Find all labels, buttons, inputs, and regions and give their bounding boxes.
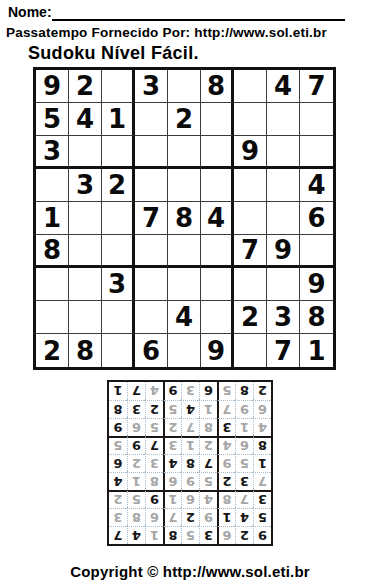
cell-r3c4[interactable] [135, 136, 168, 169]
cell-r4c5[interactable] [168, 169, 201, 202]
answer-solved-digit: 6 [150, 511, 159, 524]
answer-grid-container: 9263581475419276833784619527325968141597… [107, 380, 380, 546]
answer-cell-r5c8: 2 [127, 454, 145, 472]
given-digit: 3 [76, 172, 94, 198]
answer-given-digit: 3 [132, 403, 141, 416]
answer-cell-r6c7: 7 [145, 436, 163, 454]
cell-r5c4[interactable]: 7 [135, 202, 168, 235]
answer-cell-r3c6: 1 [163, 490, 181, 508]
answer-given-digit: 2 [150, 403, 159, 416]
answer-solved-digit: 5 [240, 457, 249, 470]
puzzle-sheet: Nome: Passatempo Fornecido Por: http://w… [0, 0, 380, 580]
answer-cell-r7c9: 9 [109, 418, 127, 436]
answer-given-digit: 4 [132, 529, 141, 542]
given-digit: 4 [274, 73, 292, 99]
answer-cell-r9c6: 9 [163, 382, 181, 400]
answer-solved-digit: 5 [132, 494, 141, 507]
given-digit: 4 [175, 304, 193, 330]
answer-given-digit: 8 [168, 529, 177, 542]
answer-cell-r7c1: 4 [253, 418, 271, 436]
answer-solved-digit: 6 [132, 421, 141, 434]
answer-cell-r3c8: 5 [127, 490, 145, 508]
answer-cell-r9c1: 2 [253, 382, 271, 400]
answer-cell-r8c5: 4 [181, 400, 199, 418]
answer-solved-digit: 5 [113, 440, 122, 453]
answer-solved-digit: 3 [150, 457, 159, 470]
answer-cell-r8c7: 2 [145, 400, 163, 418]
cell-r6c8[interactable]: 9 [267, 235, 300, 268]
answer-given-digit: 8 [240, 385, 249, 398]
answer-given-digit: 1 [258, 457, 267, 470]
answer-given-digit: 3 [204, 529, 213, 542]
cell-r1c7[interactable] [234, 70, 267, 103]
cell-r7c2[interactable] [69, 268, 102, 301]
cell-r7c7[interactable] [234, 268, 267, 301]
cell-r3c3[interactable] [102, 136, 135, 169]
answer-solved-digit: 7 [258, 475, 267, 488]
given-digit: 3 [43, 138, 61, 164]
answer-given-digit: 9 [258, 529, 267, 542]
cell-r6c3[interactable] [102, 235, 135, 268]
answer-cell-r3c4: 4 [199, 490, 217, 508]
given-digit: 9 [241, 138, 259, 164]
cell-r6c7[interactable]: 7 [234, 235, 267, 268]
given-digit: 3 [142, 73, 160, 99]
answer-given-digit: 9 [113, 421, 122, 434]
answer-given-digit: 3 [222, 421, 231, 434]
answer-solved-digit: 5 [204, 475, 213, 488]
cell-r5c3[interactable] [102, 202, 135, 235]
given-digit: 1 [43, 205, 61, 231]
answer-solved-digit: 5 [168, 403, 177, 416]
cell-r5c2[interactable] [69, 202, 102, 235]
cell-r1c3[interactable] [102, 70, 135, 103]
answer-cell-r1c4: 3 [199, 526, 217, 544]
cell-r5c8[interactable] [267, 202, 300, 235]
answer-cell-r2c2: 4 [235, 508, 253, 526]
answer-cell-r2c3: 1 [217, 508, 235, 526]
given-digit: 8 [43, 237, 61, 263]
cell-r6c4[interactable] [135, 235, 168, 268]
answer-cell-r9c8: 7 [127, 382, 145, 400]
answer-given-digit: 9 [150, 494, 159, 507]
given-digit: 7 [307, 73, 325, 99]
cell-r1c2[interactable]: 2 [69, 70, 102, 103]
cell-r3c9[interactable] [300, 136, 333, 169]
answer-solved-digit: 1 [132, 475, 141, 488]
cell-r5c6[interactable]: 4 [201, 202, 234, 235]
answer-solved-digit: 1 [150, 529, 159, 542]
answer-grid: 9263581475419276833784619527325968141597… [107, 380, 273, 546]
answer-solved-digit: 9 [222, 457, 231, 470]
answer-cell-r9c7: 4 [145, 382, 163, 400]
cell-r8c5[interactable]: 4 [168, 301, 201, 334]
given-digit: 6 [142, 338, 160, 364]
cell-r8c4[interactable] [135, 301, 168, 334]
cell-r2c6[interactable] [201, 103, 234, 136]
cell-r6c1[interactable]: 8 [36, 235, 69, 268]
answer-solved-digit: 3 [113, 511, 122, 524]
answer-given-digit: 5 [258, 511, 267, 524]
answer-cell-r6c6: 3 [163, 436, 181, 454]
answer-solved-digit: 1 [168, 494, 177, 507]
cell-r2c4[interactable] [135, 103, 168, 136]
answer-given-digit: 7 [132, 385, 141, 398]
answer-cell-r8c9: 8 [109, 400, 127, 418]
given-digit: 4 [307, 172, 325, 198]
answer-cell-r7c8: 6 [127, 418, 145, 436]
answer-cell-r4c8: 1 [127, 472, 145, 490]
answer-given-digit: 6 [113, 457, 122, 470]
given-digit: 4 [76, 106, 94, 132]
answer-cell-r2c9: 3 [109, 508, 127, 526]
answer-solved-digit: 9 [186, 475, 195, 488]
given-digit: 9 [274, 237, 292, 263]
answer-cell-r9c4: 6 [199, 382, 217, 400]
answer-given-digit: 9 [132, 440, 141, 453]
cell-r9c3[interactable] [102, 334, 135, 367]
answer-cell-r3c2: 7 [235, 490, 253, 508]
answer-cell-r4c4: 5 [199, 472, 217, 490]
cell-r4c3[interactable]: 2 [102, 169, 135, 202]
answer-given-digit: 8 [258, 440, 267, 453]
cell-r7c6[interactable] [201, 268, 234, 301]
answer-given-digit: 3 [240, 475, 249, 488]
answer-cell-r8c4: 1 [199, 400, 217, 418]
answer-solved-digit: 3 [168, 440, 177, 453]
given-digit: 1 [307, 338, 325, 364]
answer-given-digit: 2 [186, 511, 195, 524]
answer-cell-r8c2: 9 [235, 400, 253, 418]
cell-r3c2[interactable] [69, 136, 102, 169]
cell-r8c6[interactable] [201, 301, 234, 334]
answer-solved-digit: 1 [186, 440, 195, 453]
cell-r6c6[interactable] [201, 235, 234, 268]
answer-cell-r8c3: 7 [217, 400, 235, 418]
cell-r2c1[interactable]: 5 [36, 103, 69, 136]
name-label: Nome: [8, 4, 52, 21]
answer-given-digit: 9 [168, 385, 177, 398]
provider-line: Passatempo Fornecido Por: http://www.sol… [6, 25, 380, 40]
given-digit: 8 [175, 205, 193, 231]
cell-r5c7[interactable] [234, 202, 267, 235]
given-digit: 1 [108, 106, 126, 132]
name-write-in-line[interactable] [52, 4, 345, 21]
given-digit: 9 [307, 271, 325, 297]
answer-cell-r5c1: 1 [253, 454, 271, 472]
answer-cell-r7c6: 2 [163, 418, 181, 436]
answer-cell-r7c4: 8 [199, 418, 217, 436]
answer-cell-r9c3: 5 [217, 382, 235, 400]
given-digit: 3 [108, 271, 126, 297]
answer-cell-r1c8: 4 [127, 526, 145, 544]
answer-cell-r6c5: 1 [181, 436, 199, 454]
cell-r9c2[interactable]: 8 [69, 334, 102, 367]
given-digit: 3 [274, 304, 292, 330]
answer-cell-r8c1: 6 [253, 400, 271, 418]
answer-cell-r2c1: 5 [253, 508, 271, 526]
cell-r9c1[interactable]: 2 [36, 334, 69, 367]
answer-cell-r6c1: 8 [253, 436, 271, 454]
answer-solved-digit: 7 [168, 511, 177, 524]
answer-cell-r4c5: 9 [181, 472, 199, 490]
cell-r4c9[interactable]: 4 [300, 169, 333, 202]
answer-solved-digit: 4 [204, 494, 213, 507]
answer-cell-r1c7: 1 [145, 526, 163, 544]
answer-cell-r2c5: 2 [181, 508, 199, 526]
given-digit: 8 [207, 73, 225, 99]
answer-solved-digit: 5 [150, 421, 159, 434]
puzzle-grid: 92384754123932417846879394238286971 [33, 67, 336, 370]
answer-cell-r1c1: 9 [253, 526, 271, 544]
answer-solved-digit: 6 [258, 403, 267, 416]
answer-cell-r5c4: 7 [199, 454, 217, 472]
answer-cell-r1c5: 5 [181, 526, 199, 544]
answer-cell-r5c7: 3 [145, 454, 163, 472]
cell-r4c7[interactable] [234, 169, 267, 202]
answer-given-digit: 4 [113, 475, 122, 488]
cell-r7c4[interactable] [135, 268, 168, 301]
answer-given-digit: 6 [204, 385, 213, 398]
answer-cell-r6c9: 5 [109, 436, 127, 454]
answer-given-digit: 2 [240, 529, 249, 542]
answer-cell-r5c5: 8 [181, 454, 199, 472]
cell-r9c9[interactable]: 1 [300, 334, 333, 367]
answer-solved-digit: 7 [222, 403, 231, 416]
answer-cell-r2c4: 9 [199, 508, 217, 526]
cell-r9c5[interactable] [168, 334, 201, 367]
answer-solved-digit: 3 [186, 385, 195, 398]
answer-cell-r3c7: 9 [145, 490, 163, 508]
given-digit: 6 [307, 205, 325, 231]
given-digit: 4 [207, 205, 225, 231]
given-digit: 2 [43, 338, 61, 364]
answer-solved-digit: 6 [240, 440, 249, 453]
cell-r2c7[interactable] [234, 103, 267, 136]
given-digit: 7 [241, 237, 259, 263]
cell-r9c8[interactable]: 7 [267, 334, 300, 367]
cell-r1c8[interactable]: 4 [267, 70, 300, 103]
answer-solved-digit: 2 [168, 421, 177, 434]
answer-cell-r1c3: 6 [217, 526, 235, 544]
answer-cell-r4c3: 2 [217, 472, 235, 490]
answer-cell-r9c5: 3 [181, 382, 199, 400]
answer-cell-r7c5: 7 [181, 418, 199, 436]
cell-r8c7[interactable]: 2 [234, 301, 267, 334]
cell-r4c2[interactable]: 3 [69, 169, 102, 202]
given-digit: 8 [307, 304, 325, 330]
cell-r1c9[interactable]: 7 [300, 70, 333, 103]
answer-cell-r7c7: 5 [145, 418, 163, 436]
puzzle-grid-container: 92384754123932417846879394238286971 [33, 67, 380, 370]
answer-solved-digit: 8 [150, 475, 159, 488]
answer-cell-r1c9: 7 [109, 526, 127, 544]
cell-r3c5[interactable] [168, 136, 201, 169]
cell-r4c4[interactable] [135, 169, 168, 202]
answer-cell-r4c2: 3 [235, 472, 253, 490]
given-digit: 2 [175, 106, 193, 132]
answer-solved-digit: 7 [240, 494, 249, 507]
cell-r3c6[interactable] [201, 136, 234, 169]
cell-r3c7[interactable]: 9 [234, 136, 267, 169]
answer-cell-r1c2: 2 [235, 526, 253, 544]
answer-cell-r7c3: 3 [217, 418, 235, 436]
answer-solved-digit: 4 [222, 440, 231, 453]
answer-solved-digit: 2 [113, 494, 122, 507]
answer-cell-r2c8: 8 [127, 508, 145, 526]
answer-cell-r2c6: 7 [163, 508, 181, 526]
given-digit: 2 [108, 172, 126, 198]
cell-r1c5[interactable] [168, 70, 201, 103]
answer-solved-digit: 6 [168, 475, 177, 488]
cell-r2c2[interactable]: 4 [69, 103, 102, 136]
cell-r8c2[interactable] [69, 301, 102, 334]
given-digit: 8 [76, 338, 94, 364]
answer-cell-r6c8: 9 [127, 436, 145, 454]
cell-r2c5[interactable]: 2 [168, 103, 201, 136]
answer-given-digit: 4 [168, 457, 177, 470]
answer-cell-r4c9: 4 [109, 472, 127, 490]
cell-r4c1[interactable] [36, 169, 69, 202]
answer-cell-r9c9: 1 [109, 382, 127, 400]
answer-given-digit: 7 [113, 529, 122, 542]
answer-solved-digit: 1 [204, 403, 213, 416]
cell-r8c1[interactable] [36, 301, 69, 334]
answer-solved-digit: 2 [132, 457, 141, 470]
cell-r5c1[interactable]: 1 [36, 202, 69, 235]
cell-r9c4[interactable]: 6 [135, 334, 168, 367]
answer-given-digit: 4 [186, 403, 195, 416]
answer-cell-r3c9: 2 [109, 490, 127, 508]
cell-r7c1[interactable] [36, 268, 69, 301]
cell-r9c6[interactable]: 9 [201, 334, 234, 367]
answer-cell-r6c3: 4 [217, 436, 235, 454]
answer-solved-digit: 5 [186, 529, 195, 542]
answer-solved-digit: 1 [240, 421, 249, 434]
answer-cell-r5c6: 4 [163, 454, 181, 472]
answer-solved-digit: 4 [150, 385, 159, 398]
cell-r6c2[interactable] [69, 235, 102, 268]
answer-given-digit: 1 [222, 511, 231, 524]
answer-cell-r5c9: 6 [109, 454, 127, 472]
cell-r1c6[interactable]: 8 [201, 70, 234, 103]
answer-given-digit: 4 [240, 511, 249, 524]
name-row: Nome: [8, 4, 345, 21]
answer-given-digit: 8 [113, 403, 122, 416]
answer-given-digit: 7 [204, 457, 213, 470]
answer-given-digit: 7 [150, 440, 159, 453]
answer-solved-digit: 9 [204, 511, 213, 524]
cell-r2c9[interactable] [300, 103, 333, 136]
answer-cell-r7c2: 1 [235, 418, 253, 436]
answer-cell-r4c1: 7 [253, 472, 271, 490]
answer-cell-r1c6: 8 [163, 526, 181, 544]
cell-r1c1[interactable]: 9 [36, 70, 69, 103]
answer-given-digit: 1 [113, 385, 122, 398]
answer-given-digit: 2 [222, 475, 231, 488]
cell-r7c8[interactable] [267, 268, 300, 301]
answer-cell-r8c8: 3 [127, 400, 145, 418]
cell-r8c8[interactable]: 3 [267, 301, 300, 334]
answer-cell-r8c6: 5 [163, 400, 181, 418]
cell-r7c3[interactable]: 3 [102, 268, 135, 301]
cell-r5c9[interactable]: 6 [300, 202, 333, 235]
cell-r4c6[interactable] [201, 169, 234, 202]
page-title: Sudoku Nível Fácil. [28, 43, 380, 64]
cell-r5c5[interactable]: 8 [168, 202, 201, 235]
answer-cell-r3c1: 3 [253, 490, 271, 508]
answer-cell-r5c2: 5 [235, 454, 253, 472]
given-digit: 7 [274, 338, 292, 364]
given-digit: 2 [241, 304, 259, 330]
given-digit: 5 [43, 106, 61, 132]
answer-solved-digit: 8 [132, 511, 141, 524]
cell-r6c5[interactable] [168, 235, 201, 268]
answer-cell-r4c7: 8 [145, 472, 163, 490]
answer-solved-digit: 8 [222, 494, 231, 507]
answer-cell-r3c3: 8 [217, 490, 235, 508]
cell-r4c8[interactable] [267, 169, 300, 202]
cell-r7c5[interactable] [168, 268, 201, 301]
cell-r9c7[interactable] [234, 334, 267, 367]
answer-given-digit: 3 [258, 494, 267, 507]
cell-r7c9[interactable]: 9 [300, 268, 333, 301]
answer-cell-r5c3: 9 [217, 454, 235, 472]
answer-given-digit: 8 [186, 457, 195, 470]
answer-cell-r9c2: 8 [235, 382, 253, 400]
cell-r3c1[interactable]: 3 [36, 136, 69, 169]
answer-solved-digit: 2 [204, 440, 213, 453]
given-digit: 9 [207, 338, 225, 364]
given-digit: 2 [76, 73, 94, 99]
answer-solved-digit: 9 [240, 403, 249, 416]
answer-solved-digit: 8 [204, 421, 213, 434]
cell-r6c9[interactable] [300, 235, 333, 268]
answer-solved-digit: 4 [258, 421, 267, 434]
cell-r1c4[interactable]: 3 [135, 70, 168, 103]
answer-solved-digit: 7 [186, 421, 195, 434]
cell-r3c8[interactable] [267, 136, 300, 169]
answer-solved-digit: 6 [186, 494, 195, 507]
cell-r2c3[interactable]: 1 [102, 103, 135, 136]
answer-given-digit: 2 [258, 385, 267, 398]
answer-cell-r6c2: 6 [235, 436, 253, 454]
cell-r2c8[interactable] [267, 103, 300, 136]
cell-r8c3[interactable] [102, 301, 135, 334]
copyright-text: Copyright © http://www.sol.eti.br [0, 563, 380, 580]
answer-solved-digit: 6 [222, 529, 231, 542]
cell-r8c9[interactable]: 8 [300, 301, 333, 334]
answer-cell-r6c4: 2 [199, 436, 217, 454]
given-digit: 9 [43, 73, 61, 99]
answer-solved-digit: 5 [222, 385, 231, 398]
answer-cell-r3c5: 6 [181, 490, 199, 508]
answer-cell-r2c7: 6 [145, 508, 163, 526]
given-digit: 7 [142, 205, 160, 231]
answer-cell-r4c6: 6 [163, 472, 181, 490]
